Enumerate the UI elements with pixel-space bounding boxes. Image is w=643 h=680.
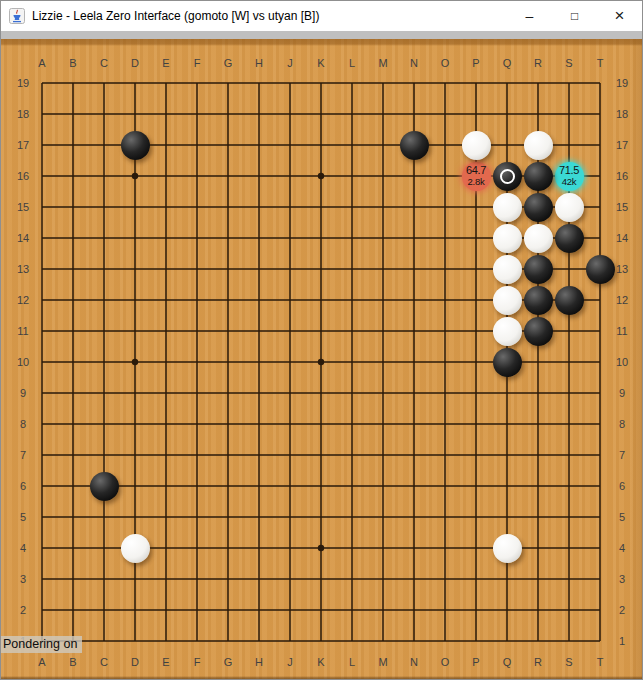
maximize-button[interactable]: □ (552, 1, 597, 31)
winrate-value: 71.5 (559, 165, 579, 176)
black-stone (493, 162, 522, 191)
coordinate-label: J (275, 655, 306, 669)
coordinate-label: E (151, 655, 182, 669)
coordinates-bottom: ABCDEFGHJKLMNOPQRST (27, 655, 616, 669)
black-stone (121, 131, 150, 160)
coordinate-label: R (523, 655, 554, 669)
window-title: Lizzie - Leela Zero Interface (gomoto [W… (32, 9, 319, 23)
white-stone (524, 131, 553, 160)
close-button[interactable]: × (597, 1, 642, 31)
white-stone (121, 534, 150, 563)
coordinate-label: M (368, 655, 399, 669)
coordinate-label: P (461, 655, 492, 669)
black-stone (90, 472, 119, 501)
java-icon (9, 8, 25, 24)
black-stone (555, 224, 584, 253)
coordinate-label: Q (492, 655, 523, 669)
last-move-marker (500, 169, 515, 184)
title-bar: Lizzie - Leela Zero Interface (gomoto [W… (1, 1, 642, 31)
white-stone (493, 286, 522, 315)
coordinate-label: K (306, 655, 337, 669)
white-stone (493, 317, 522, 346)
window-controls: – □ × (507, 1, 642, 31)
white-stone (493, 224, 522, 253)
white-stone (493, 255, 522, 284)
black-stone (555, 286, 584, 315)
white-stone (524, 224, 553, 253)
white-stone (555, 193, 584, 222)
candidate-move-S16[interactable]: 71.542k (555, 162, 584, 191)
coordinate-label: C (89, 655, 120, 669)
coordinate-label: O (430, 655, 461, 669)
coordinate-label: A (27, 655, 58, 669)
winrate-value: 64.7 (466, 165, 486, 176)
black-stone (524, 286, 553, 315)
black-stone (400, 131, 429, 160)
stones-layer[interactable]: 64.72.8k71.542k (27, 68, 616, 657)
coordinate-label: T (585, 655, 616, 669)
coordinate-label: B (58, 655, 89, 669)
black-stone (524, 193, 553, 222)
black-stone (524, 255, 553, 284)
black-stone (524, 317, 553, 346)
coordinate-label: S (554, 655, 585, 669)
visits-value: 42k (562, 177, 576, 187)
white-stone (493, 193, 522, 222)
go-board[interactable]: ABCDEFGHJKLMNOPQRST ABCDEFGHJKLMNOPQRST … (1, 39, 643, 680)
lizzie-window: Lizzie - Leela Zero Interface (gomoto [W… (0, 0, 643, 680)
white-stone (462, 131, 491, 160)
black-stone (586, 255, 615, 284)
black-stone (524, 162, 553, 191)
minimize-button[interactable]: – (507, 1, 552, 31)
pondering-status: Pondering on (1, 636, 82, 653)
coordinate-label: G (213, 655, 244, 669)
coordinate-label: H (244, 655, 275, 669)
coordinate-label: L (337, 655, 368, 669)
coordinate-label: F (182, 655, 213, 669)
black-stone (493, 348, 522, 377)
visits-value: 2.8k (468, 177, 485, 187)
candidate-move-P16[interactable]: 64.72.8k (462, 162, 491, 191)
coordinate-label: N (399, 655, 430, 669)
coordinate-label: D (120, 655, 151, 669)
white-stone (493, 534, 522, 563)
